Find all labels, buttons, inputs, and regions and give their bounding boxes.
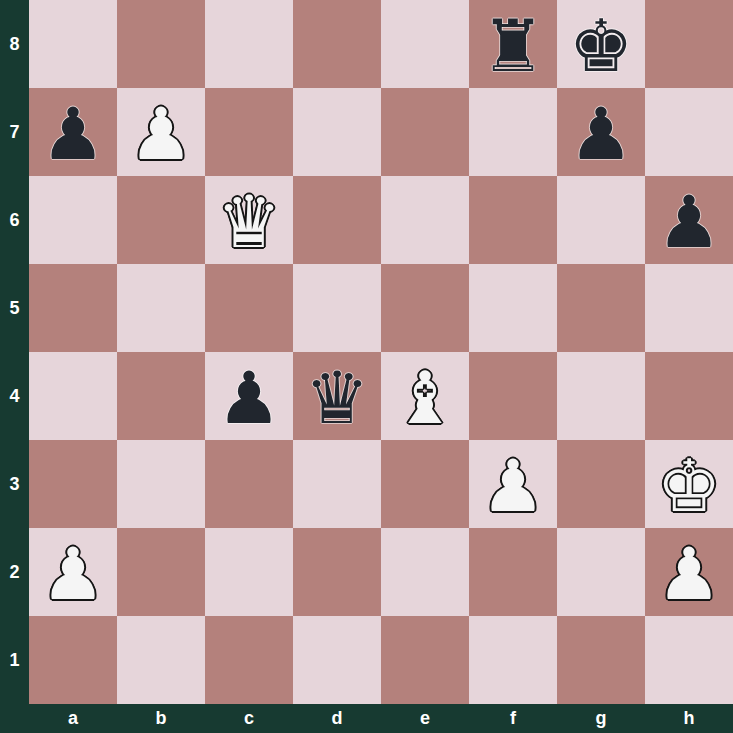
chess-board-frame: ♜♚♟♟♟♛♟♟♛♝♟♚♟♟ 87654321 abcdefgh [0,0,733,733]
square-h2[interactable]: ♟ [645,528,733,616]
square-g8[interactable]: ♚ [557,0,645,88]
square-g6[interactable] [557,176,645,264]
file-label-g: g [557,704,645,733]
square-d4[interactable]: ♛ [293,352,381,440]
piece-white-bishop-e4[interactable]: ♝ [393,362,458,434]
file-label-h: h [645,704,733,733]
square-f8[interactable]: ♜ [469,0,557,88]
square-b1[interactable] [117,616,205,704]
piece-white-pawn-b7[interactable]: ♟ [129,98,194,170]
rank-label-4: 4 [0,352,29,440]
square-h6[interactable]: ♟ [645,176,733,264]
square-h8[interactable] [645,0,733,88]
piece-black-pawn-h6[interactable]: ♟ [657,186,722,258]
square-g4[interactable] [557,352,645,440]
square-e2[interactable] [381,528,469,616]
square-d3[interactable] [293,440,381,528]
rank-label-2: 2 [0,528,29,616]
piece-white-pawn-h2[interactable]: ♟ [657,538,722,610]
square-f3[interactable]: ♟ [469,440,557,528]
square-h7[interactable] [645,88,733,176]
square-b7[interactable]: ♟ [117,88,205,176]
square-f2[interactable] [469,528,557,616]
square-c8[interactable] [205,0,293,88]
square-g7[interactable]: ♟ [557,88,645,176]
square-b5[interactable] [117,264,205,352]
rank-label-6: 6 [0,176,29,264]
square-g1[interactable] [557,616,645,704]
rank-label-1: 1 [0,616,29,704]
square-e3[interactable] [381,440,469,528]
piece-black-pawn-a7[interactable]: ♟ [41,98,106,170]
chess-board: ♜♚♟♟♟♛♟♟♛♝♟♚♟♟ [29,0,733,704]
square-e8[interactable] [381,0,469,88]
square-c6[interactable]: ♛ [205,176,293,264]
square-c1[interactable] [205,616,293,704]
square-c2[interactable] [205,528,293,616]
piece-white-pawn-f3[interactable]: ♟ [481,450,546,522]
square-h4[interactable] [645,352,733,440]
rank-label-7: 7 [0,88,29,176]
square-d5[interactable] [293,264,381,352]
square-h3[interactable]: ♚ [645,440,733,528]
square-e7[interactable] [381,88,469,176]
square-b8[interactable] [117,0,205,88]
file-label-e: e [381,704,469,733]
square-f5[interactable] [469,264,557,352]
square-a8[interactable] [29,0,117,88]
piece-black-queen-d4[interactable]: ♛ [305,362,370,434]
square-e6[interactable] [381,176,469,264]
file-label-a: a [29,704,117,733]
square-a5[interactable] [29,264,117,352]
piece-black-king-g8[interactable]: ♚ [569,10,634,82]
file-label-d: d [293,704,381,733]
piece-white-king-h3[interactable]: ♚ [657,450,722,522]
square-a4[interactable] [29,352,117,440]
square-a2[interactable]: ♟ [29,528,117,616]
square-h1[interactable] [645,616,733,704]
square-b3[interactable] [117,440,205,528]
file-label-f: f [469,704,557,733]
square-f4[interactable] [469,352,557,440]
square-c4[interactable]: ♟ [205,352,293,440]
square-g5[interactable] [557,264,645,352]
square-f1[interactable] [469,616,557,704]
rank-label-8: 8 [0,0,29,88]
square-b6[interactable] [117,176,205,264]
square-a6[interactable] [29,176,117,264]
rank-label-3: 3 [0,440,29,528]
square-a3[interactable] [29,440,117,528]
file-label-c: c [205,704,293,733]
square-h5[interactable] [645,264,733,352]
square-f7[interactable] [469,88,557,176]
square-d2[interactable] [293,528,381,616]
square-a7[interactable]: ♟ [29,88,117,176]
piece-black-pawn-c4[interactable]: ♟ [217,362,282,434]
square-b4[interactable] [117,352,205,440]
square-d1[interactable] [293,616,381,704]
piece-white-queen-c6[interactable]: ♛ [217,186,282,258]
file-label-b: b [117,704,205,733]
rank-labels: 87654321 [0,0,29,704]
square-c3[interactable] [205,440,293,528]
square-c5[interactable] [205,264,293,352]
square-d8[interactable] [293,0,381,88]
square-f6[interactable] [469,176,557,264]
piece-black-rook-f8[interactable]: ♜ [481,10,546,82]
square-b2[interactable] [117,528,205,616]
piece-white-pawn-a2[interactable]: ♟ [41,538,106,610]
square-d6[interactable] [293,176,381,264]
rank-label-5: 5 [0,264,29,352]
square-d7[interactable] [293,88,381,176]
square-g2[interactable] [557,528,645,616]
square-c7[interactable] [205,88,293,176]
square-g3[interactable] [557,440,645,528]
square-e4[interactable]: ♝ [381,352,469,440]
file-labels: abcdefgh [29,704,733,733]
square-e1[interactable] [381,616,469,704]
piece-black-pawn-g7[interactable]: ♟ [569,98,634,170]
square-a1[interactable] [29,616,117,704]
square-e5[interactable] [381,264,469,352]
